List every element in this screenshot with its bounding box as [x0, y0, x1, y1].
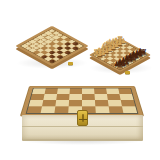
- board-square: [41, 106, 56, 113]
- open-checkers-board: [14, 22, 94, 74]
- board-square: [95, 106, 109, 113]
- board-square: [54, 106, 68, 113]
- board-square: [122, 106, 137, 113]
- clasp-icon: [68, 62, 73, 65]
- box-lid-seam: [22, 126, 143, 127]
- latch-bar: [79, 119, 88, 121]
- latch-icon: [77, 110, 88, 126]
- closed-box: [20, 84, 146, 148]
- hinge-icon: [125, 71, 130, 74]
- product-photo: ♜♞♝♛♚♝♞♜♟♟♟♟♟♟♟♟♟♟♟♟♟♟♟♟♜♞♝♛♚♝♞♜: [0, 0, 160, 160]
- open-chess-board: ♜♞♝♛♚♝♞♜♟♟♟♟♟♟♟♟♟♟♟♟♟♟♟♟♜♞♝♛♚♝♞♜: [86, 16, 156, 80]
- board-square: [109, 106, 124, 113]
